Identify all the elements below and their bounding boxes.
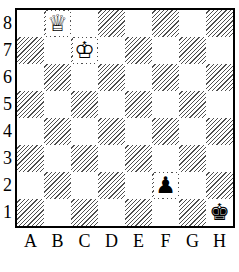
- square-h7[interactable]: [206, 37, 233, 64]
- square-c2[interactable]: [71, 172, 98, 199]
- square-g4[interactable]: [179, 118, 206, 145]
- file-label-b: B: [44, 229, 71, 253]
- square-h3[interactable]: [206, 145, 233, 172]
- square-g5[interactable]: [179, 91, 206, 118]
- rank-label-7: 7: [0, 37, 15, 64]
- rank-label-6: 6: [0, 64, 15, 91]
- square-b5[interactable]: [44, 91, 71, 118]
- piece-white-queen[interactable]: ♕: [46, 11, 70, 36]
- file-label-a: A: [17, 229, 44, 253]
- square-a3[interactable]: [17, 145, 44, 172]
- file-label-h: H: [206, 229, 233, 253]
- square-g3[interactable]: [179, 145, 206, 172]
- square-d2[interactable]: [98, 172, 125, 199]
- rank-labels: 87654321: [0, 10, 15, 226]
- square-h8[interactable]: [206, 10, 233, 37]
- square-b3[interactable]: [44, 145, 71, 172]
- file-label-d: D: [98, 229, 125, 253]
- file-label-e: E: [125, 229, 152, 253]
- square-h4[interactable]: [206, 118, 233, 145]
- rank-label-5: 5: [0, 91, 15, 118]
- file-label-f: F: [152, 229, 179, 253]
- square-f5[interactable]: [152, 91, 179, 118]
- square-a5[interactable]: [17, 91, 44, 118]
- square-a6[interactable]: [17, 64, 44, 91]
- piece-white-king[interactable]: ♔: [73, 38, 97, 63]
- square-h2[interactable]: [206, 172, 233, 199]
- rank-label-4: 4: [0, 118, 15, 145]
- square-b2[interactable]: [44, 172, 71, 199]
- piece-black-king[interactable]: ♚: [208, 200, 232, 225]
- square-f3[interactable]: [152, 145, 179, 172]
- square-b4[interactable]: [44, 118, 71, 145]
- file-labels: ABCDEFGH: [17, 229, 233, 253]
- square-f2[interactable]: ♟: [152, 172, 179, 199]
- square-d8[interactable]: [98, 10, 125, 37]
- chess-diagram: 87654321 ♕♔♟♚ ABCDEFGH: [0, 0, 239, 272]
- square-b8[interactable]: ♕: [44, 10, 71, 37]
- square-c5[interactable]: [71, 91, 98, 118]
- square-c6[interactable]: [71, 64, 98, 91]
- square-f6[interactable]: [152, 64, 179, 91]
- square-e7[interactable]: [125, 37, 152, 64]
- square-f1[interactable]: [152, 199, 179, 226]
- square-a8[interactable]: [17, 10, 44, 37]
- square-g8[interactable]: [179, 10, 206, 37]
- square-a4[interactable]: [17, 118, 44, 145]
- square-h6[interactable]: [206, 64, 233, 91]
- square-e5[interactable]: [125, 91, 152, 118]
- square-f7[interactable]: [152, 37, 179, 64]
- square-e1[interactable]: [125, 199, 152, 226]
- square-d7[interactable]: [98, 37, 125, 64]
- square-g7[interactable]: [179, 37, 206, 64]
- piece-black-pawn[interactable]: ♟: [154, 173, 178, 198]
- square-d3[interactable]: [98, 145, 125, 172]
- square-c7[interactable]: ♔: [71, 37, 98, 64]
- square-c1[interactable]: [71, 199, 98, 226]
- square-g1[interactable]: [179, 199, 206, 226]
- square-c3[interactable]: [71, 145, 98, 172]
- square-e8[interactable]: [125, 10, 152, 37]
- square-e4[interactable]: [125, 118, 152, 145]
- square-h5[interactable]: [206, 91, 233, 118]
- square-d1[interactable]: [98, 199, 125, 226]
- square-h1[interactable]: ♚: [206, 199, 233, 226]
- file-label-c: C: [71, 229, 98, 253]
- file-label-g: G: [179, 229, 206, 253]
- square-e6[interactable]: [125, 64, 152, 91]
- square-b1[interactable]: [44, 199, 71, 226]
- square-f8[interactable]: [152, 10, 179, 37]
- rank-label-8: 8: [0, 10, 15, 37]
- square-d4[interactable]: [98, 118, 125, 145]
- square-g6[interactable]: [179, 64, 206, 91]
- chess-board: ♕♔♟♚: [15, 8, 235, 228]
- rank-label-3: 3: [0, 145, 15, 172]
- square-c4[interactable]: [71, 118, 98, 145]
- square-a7[interactable]: [17, 37, 44, 64]
- square-c8[interactable]: [71, 10, 98, 37]
- square-b6[interactable]: [44, 64, 71, 91]
- square-e2[interactable]: [125, 172, 152, 199]
- rank-label-1: 1: [0, 199, 15, 226]
- square-e3[interactable]: [125, 145, 152, 172]
- rank-label-2: 2: [0, 172, 15, 199]
- square-a2[interactable]: [17, 172, 44, 199]
- square-b7[interactable]: [44, 37, 71, 64]
- square-a1[interactable]: [17, 199, 44, 226]
- square-g2[interactable]: [179, 172, 206, 199]
- square-f4[interactable]: [152, 118, 179, 145]
- square-d6[interactable]: [98, 64, 125, 91]
- square-d5[interactable]: [98, 91, 125, 118]
